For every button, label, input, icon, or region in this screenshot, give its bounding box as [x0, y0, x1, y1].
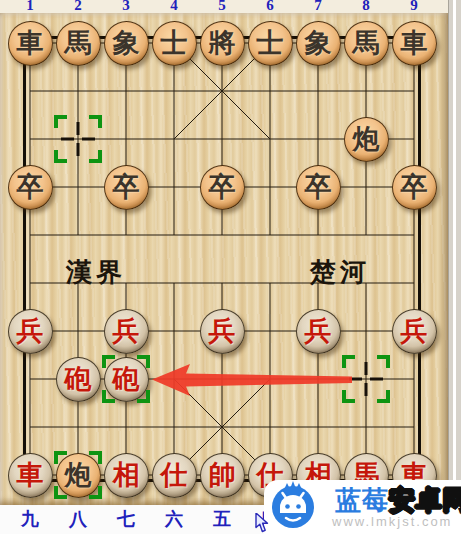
piece-glyph: 將: [209, 29, 236, 56]
piece-glyph: 兵: [113, 317, 140, 344]
piece-black-general[interactable]: 將: [200, 21, 245, 66]
piece-black-advisor[interactable]: 士: [248, 21, 293, 66]
piece-black-elephant[interactable]: 象: [104, 21, 149, 66]
piece-black-chariot[interactable]: 車: [392, 21, 437, 66]
last-move-destination-marker: [102, 355, 150, 403]
piece-glyph: 士: [161, 29, 188, 56]
piece-glyph: 相: [113, 461, 140, 488]
piece-glyph: 卒: [17, 173, 44, 200]
piece-red-soldier[interactable]: 兵: [200, 309, 245, 354]
piece-glyph: 卒: [401, 173, 428, 200]
file-label-bottom: 五: [208, 507, 236, 531]
file-label-top: 7: [306, 0, 330, 13]
piece-red-soldier[interactable]: 兵: [296, 309, 341, 354]
piece-glyph: 馬: [353, 29, 380, 56]
file-label-top: 8: [354, 0, 378, 13]
piece-black-horse[interactable]: 馬: [56, 21, 101, 66]
site-name-part1: 蓝莓: [335, 485, 389, 515]
xiangqi-app-window: 漢界 楚河 123456789 九八七六五四三二一 車馬象士將士象馬車炮卒卒卒卒…: [0, 0, 461, 534]
mouse-cursor-icon: [255, 513, 271, 534]
piece-red-soldier[interactable]: 兵: [392, 309, 437, 354]
piece-glyph: 卒: [113, 173, 140, 200]
file-label-bottom: 六: [160, 507, 188, 531]
piece-glyph: 車: [401, 29, 428, 56]
piece-black-soldier[interactable]: 卒: [104, 165, 149, 210]
piece-black-soldier[interactable]: 卒: [200, 165, 245, 210]
piece-glyph: 卒: [305, 173, 332, 200]
piece-glyph: 兵: [209, 317, 236, 344]
site-logo-icon: [270, 480, 316, 532]
xiangqi-board[interactable]: 漢界 楚河: [0, 13, 448, 505]
last-move-origin-marker: [54, 115, 102, 163]
piece-black-advisor[interactable]: 士: [152, 21, 197, 66]
piece-red-chariot[interactable]: 車: [8, 453, 53, 498]
piece-glyph: 兵: [401, 317, 428, 344]
piece-black-chariot[interactable]: 車: [8, 21, 53, 66]
last-move-destination-marker: [54, 451, 102, 499]
piece-black-soldier[interactable]: 卒: [8, 165, 53, 210]
site-url: www.lmkjst.com: [332, 515, 452, 529]
file-label-top: 5: [210, 0, 234, 13]
file-label-top: 3: [114, 0, 138, 13]
piece-glyph: 兵: [17, 317, 44, 344]
piece-red-advisor[interactable]: 仕: [152, 453, 197, 498]
file-label-top: 9: [402, 0, 426, 13]
file-label-top: 1: [18, 0, 42, 13]
piece-black-elephant[interactable]: 象: [296, 21, 341, 66]
site-name: 蓝莓安卓网: [335, 487, 461, 513]
piece-black-soldier[interactable]: 卒: [392, 165, 437, 210]
river-label-left: 漢界: [66, 259, 126, 285]
piece-red-general[interactable]: 帥: [200, 453, 245, 498]
piece-glyph: 士: [257, 29, 284, 56]
piece-black-cannon[interactable]: 炮: [344, 117, 389, 162]
piece-glyph: 象: [113, 29, 140, 56]
piece-black-soldier[interactable]: 卒: [296, 165, 341, 210]
last-move-origin-marker: [342, 355, 390, 403]
file-label-bottom: 八: [64, 507, 92, 531]
piece-glyph: 車: [17, 29, 44, 56]
piece-glyph: 馬: [65, 29, 92, 56]
piece-glyph: 仕: [161, 461, 188, 488]
river-label-right: 楚河: [310, 259, 370, 285]
watermark-panel[interactable]: 蓝莓安卓网 www.lmkjst.com: [264, 480, 461, 534]
file-label-bottom: 七: [112, 507, 140, 531]
piece-red-soldier[interactable]: 兵: [8, 309, 53, 354]
piece-red-soldier[interactable]: 兵: [104, 309, 149, 354]
window-edge-panel: [448, 0, 461, 534]
piece-red-elephant[interactable]: 相: [104, 453, 149, 498]
file-label-top: 4: [162, 0, 186, 13]
piece-glyph: 車: [17, 461, 44, 488]
piece-glyph: 炮: [353, 125, 380, 152]
file-label-top: 2: [66, 0, 90, 13]
piece-red-cannon[interactable]: 砲: [56, 357, 101, 402]
piece-glyph: 卒: [209, 173, 236, 200]
file-label-top: 6: [258, 0, 282, 13]
piece-glyph: 象: [305, 29, 332, 56]
piece-glyph: 兵: [305, 317, 332, 344]
piece-black-horse[interactable]: 馬: [344, 21, 389, 66]
file-label-bottom: 九: [16, 507, 44, 531]
site-name-part2: 安卓网: [389, 485, 461, 515]
piece-glyph: 帥: [209, 461, 236, 488]
piece-glyph: 砲: [65, 365, 92, 392]
